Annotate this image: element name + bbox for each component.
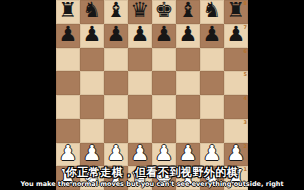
square-b4[interactable] bbox=[80, 95, 104, 119]
piece-white-knight: ♞ bbox=[83, 167, 102, 188]
square-e3[interactable] bbox=[152, 119, 176, 143]
square-g3[interactable] bbox=[200, 119, 224, 143]
piece-white-king: ♚ bbox=[155, 167, 174, 188]
square-e8[interactable]: ♚ bbox=[152, 0, 176, 24]
piece-black-pawn: ♟ bbox=[107, 24, 126, 45]
piece-white-bishop: ♝ bbox=[179, 167, 198, 188]
square-d2[interactable]: ♟ bbox=[128, 143, 152, 167]
piece-white-pawn: ♟ bbox=[83, 143, 102, 164]
piece-white-knight: ♞ bbox=[203, 167, 222, 188]
square-h3[interactable]: 3 bbox=[224, 119, 248, 143]
piece-black-pawn: ♟ bbox=[83, 24, 102, 45]
square-d5[interactable] bbox=[128, 71, 152, 95]
square-h2[interactable]: ♟2 bbox=[224, 143, 248, 167]
square-h8[interactable]: ♜8 bbox=[224, 0, 248, 24]
square-c4[interactable] bbox=[104, 95, 128, 119]
square-f6[interactable] bbox=[176, 48, 200, 72]
square-e2[interactable]: ♟ bbox=[152, 143, 176, 167]
square-f5[interactable] bbox=[176, 71, 200, 95]
square-g1[interactable]: ♞ bbox=[200, 166, 224, 190]
square-a3[interactable] bbox=[56, 119, 80, 143]
rank-label-3: 3 bbox=[244, 119, 247, 125]
square-c7[interactable]: ♟ bbox=[104, 24, 128, 48]
square-c3[interactable] bbox=[104, 119, 128, 143]
rank-label-5: 5 bbox=[244, 71, 247, 77]
square-h5[interactable]: 5 bbox=[224, 71, 248, 95]
square-h4[interactable]: 4 bbox=[224, 95, 248, 119]
rank-label-1: 1 bbox=[244, 166, 247, 172]
piece-white-pawn: ♟ bbox=[107, 143, 126, 164]
piece-white-pawn: ♟ bbox=[179, 143, 198, 164]
square-a2[interactable]: ♟ bbox=[56, 143, 80, 167]
piece-black-pawn: ♟ bbox=[203, 24, 222, 45]
square-g8[interactable]: ♞ bbox=[200, 0, 224, 24]
piece-white-pawn: ♟ bbox=[155, 143, 174, 164]
piece-black-pawn: ♟ bbox=[155, 24, 174, 45]
rank-label-4: 4 bbox=[244, 95, 247, 101]
piece-white-pawn: ♟ bbox=[59, 143, 78, 164]
rank-label-7: 7 bbox=[244, 24, 247, 30]
square-b8[interactable]: ♞ bbox=[80, 0, 104, 24]
piece-black-pawn: ♟ bbox=[179, 24, 198, 45]
square-f7[interactable]: ♟ bbox=[176, 24, 200, 48]
piece-black-pawn: ♟ bbox=[131, 24, 150, 45]
square-e4[interactable] bbox=[152, 95, 176, 119]
square-h6[interactable]: 6 bbox=[224, 48, 248, 72]
square-a5[interactable] bbox=[56, 71, 80, 95]
letterbox-right bbox=[248, 0, 304, 190]
square-c2[interactable]: ♟ bbox=[104, 143, 128, 167]
square-f3[interactable] bbox=[176, 119, 200, 143]
square-b3[interactable] bbox=[80, 119, 104, 143]
video-frame: ♜♞♝♛♚♝♞♜8♟♟♟♟♟♟♟♟76543♟♟♟♟♟♟♟♟2♜♞♝♛♚♝♞♜1… bbox=[0, 0, 304, 190]
square-d7[interactable]: ♟ bbox=[128, 24, 152, 48]
rank-label-8: 8 bbox=[244, 0, 247, 6]
square-a6[interactable] bbox=[56, 48, 80, 72]
square-d6[interactable] bbox=[128, 48, 152, 72]
rank-label-6: 6 bbox=[244, 48, 247, 54]
square-c5[interactable] bbox=[104, 71, 128, 95]
piece-black-bishop: ♝ bbox=[179, 0, 198, 21]
square-g4[interactable] bbox=[200, 95, 224, 119]
square-h1[interactable]: ♜1 bbox=[224, 166, 248, 190]
square-h7[interactable]: ♟7 bbox=[224, 24, 248, 48]
piece-white-queen: ♛ bbox=[131, 167, 150, 188]
rank-label-2: 2 bbox=[244, 143, 247, 149]
piece-white-bishop: ♝ bbox=[107, 167, 126, 188]
square-f4[interactable] bbox=[176, 95, 200, 119]
piece-black-bishop: ♝ bbox=[107, 0, 126, 21]
piece-white-rook: ♜ bbox=[59, 167, 78, 188]
square-b6[interactable] bbox=[80, 48, 104, 72]
piece-black-knight: ♞ bbox=[203, 0, 222, 21]
square-g7[interactable]: ♟ bbox=[200, 24, 224, 48]
square-g6[interactable] bbox=[200, 48, 224, 72]
square-f8[interactable]: ♝ bbox=[176, 0, 200, 24]
square-g2[interactable]: ♟ bbox=[200, 143, 224, 167]
square-b7[interactable]: ♟ bbox=[80, 24, 104, 48]
piece-black-rook: ♜ bbox=[59, 0, 78, 21]
chess-board: ♜♞♝♛♚♝♞♜8♟♟♟♟♟♟♟♟76543♟♟♟♟♟♟♟♟2♜♞♝♛♚♝♞♜1 bbox=[56, 0, 248, 190]
square-d3[interactable] bbox=[128, 119, 152, 143]
piece-black-queen: ♛ bbox=[131, 0, 150, 21]
square-e6[interactable] bbox=[152, 48, 176, 72]
square-c1[interactable]: ♝ bbox=[104, 166, 128, 190]
square-a4[interactable] bbox=[56, 95, 80, 119]
square-c8[interactable]: ♝ bbox=[104, 0, 128, 24]
letterbox-left bbox=[0, 0, 56, 190]
square-d4[interactable] bbox=[128, 95, 152, 119]
piece-black-king: ♚ bbox=[155, 0, 174, 21]
square-f2[interactable]: ♟ bbox=[176, 143, 200, 167]
square-e1[interactable]: ♚ bbox=[152, 166, 176, 190]
piece-black-pawn: ♟ bbox=[59, 24, 78, 45]
square-g5[interactable] bbox=[200, 71, 224, 95]
square-d1[interactable]: ♛ bbox=[128, 166, 152, 190]
square-a7[interactable]: ♟ bbox=[56, 24, 80, 48]
square-d8[interactable]: ♛ bbox=[128, 0, 152, 24]
square-e7[interactable]: ♟ bbox=[152, 24, 176, 48]
square-c6[interactable] bbox=[104, 48, 128, 72]
square-e5[interactable] bbox=[152, 71, 176, 95]
square-a1[interactable]: ♜ bbox=[56, 166, 80, 190]
square-f1[interactable]: ♝ bbox=[176, 166, 200, 190]
square-a8[interactable]: ♜ bbox=[56, 0, 80, 24]
piece-white-pawn: ♟ bbox=[131, 143, 150, 164]
square-b5[interactable] bbox=[80, 71, 104, 95]
piece-black-knight: ♞ bbox=[83, 0, 102, 21]
square-b2[interactable]: ♟ bbox=[80, 143, 104, 167]
piece-white-pawn: ♟ bbox=[203, 143, 222, 164]
square-b1[interactable]: ♞ bbox=[80, 166, 104, 190]
